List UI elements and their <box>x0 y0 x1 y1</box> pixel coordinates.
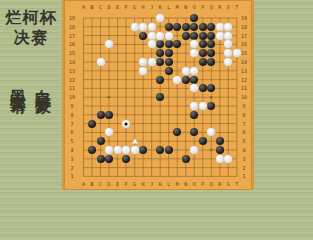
coord-label-row: 15 <box>241 51 247 56</box>
stone-white-R18[interactable] <box>216 23 224 31</box>
stone-black-Q15[interactable] <box>207 49 215 57</box>
coord-label-row: 1 <box>242 174 245 179</box>
coord-label-row: 5 <box>70 139 73 144</box>
coord-label-row: 4 <box>70 148 73 153</box>
stone-black-P11[interactable] <box>199 84 207 92</box>
stone-black-Q9[interactable] <box>207 102 215 110</box>
coord-label-row: 3 <box>242 156 245 161</box>
stone-black-O12[interactable] <box>190 76 198 84</box>
stone-white-S18[interactable] <box>224 23 232 31</box>
stone-white-F4[interactable] <box>122 146 130 154</box>
stone-white-K17[interactable] <box>156 32 164 40</box>
coord-label-col: J <box>150 182 153 187</box>
stone-black-Q16[interactable] <box>207 40 215 48</box>
coord-label-row: 11 <box>241 86 247 91</box>
coord-label-row: 8 <box>70 112 73 117</box>
coord-label-col: H <box>142 4 145 9</box>
coord-label-col: G <box>133 4 136 9</box>
stone-black-N12[interactable] <box>182 76 190 84</box>
stone-white-G18[interactable] <box>131 23 139 31</box>
stone-white-T15[interactable] <box>233 49 241 57</box>
coord-label-col: H <box>142 182 145 187</box>
coord-label-row: 6 <box>242 130 245 135</box>
stone-white-E4[interactable] <box>114 146 122 154</box>
coord-label-col: B <box>91 4 94 9</box>
coord-label-row: 4 <box>242 148 245 153</box>
coord-label-row: 12 <box>241 77 247 82</box>
coord-label-col: P <box>201 182 204 187</box>
stone-white-D16[interactable] <box>105 40 113 48</box>
coord-label-col: E <box>116 182 119 187</box>
stone-white-O11[interactable] <box>190 84 198 92</box>
coord-label-row: 10 <box>241 95 247 100</box>
coord-label-col: G <box>133 182 136 187</box>
stone-black-C5[interactable] <box>97 137 105 145</box>
stone-black-C3[interactable] <box>97 155 105 163</box>
coord-label-col: C <box>99 182 102 187</box>
stone-black-H17[interactable] <box>139 32 147 40</box>
stone-black-Q18[interactable] <box>207 23 215 31</box>
stone-black-L18[interactable] <box>165 23 173 31</box>
coord-label-row: 17 <box>241 33 247 38</box>
black-player-name: 黑申真谞 <box>6 76 30 88</box>
stone-black-F3[interactable] <box>122 155 130 163</box>
coord-label-col: M <box>176 182 179 187</box>
stone-black-K16[interactable] <box>156 40 164 48</box>
stone-black-P17[interactable] <box>199 32 207 40</box>
stone-white-O9[interactable] <box>190 102 198 110</box>
coord-label-row: 5 <box>242 139 245 144</box>
triangle-annotation <box>132 139 138 144</box>
coord-label-col: L <box>167 4 170 9</box>
stone-white-J14[interactable] <box>148 58 156 66</box>
coord-label-col: F <box>125 4 128 9</box>
stone-white-H14[interactable] <box>139 58 147 66</box>
stone-black-M6[interactable] <box>173 128 181 136</box>
stone-white-D6[interactable] <box>105 128 113 136</box>
stone-white-K19[interactable] <box>156 14 164 22</box>
stone-black-K15[interactable] <box>156 49 164 57</box>
stone-black-K10[interactable] <box>156 93 164 101</box>
stone-black-P5[interactable] <box>199 137 207 145</box>
stone-white-H18[interactable] <box>139 23 147 31</box>
stone-black-L16[interactable] <box>165 40 173 48</box>
stone-black-O17[interactable] <box>190 32 198 40</box>
stone-black-L14[interactable] <box>165 58 173 66</box>
coord-label-col: Q <box>210 182 213 187</box>
stone-black-K12[interactable] <box>156 76 164 84</box>
stone-black-K4[interactable] <box>156 146 164 154</box>
stone-black-P14[interactable] <box>199 58 207 66</box>
coord-label-row: 8 <box>242 112 245 117</box>
stone-white-S16[interactable] <box>224 40 232 48</box>
coord-label-col: R <box>218 4 221 9</box>
stone-white-G4[interactable] <box>131 146 139 154</box>
coord-label-row: 7 <box>242 121 245 126</box>
stone-black-Q14[interactable] <box>207 58 215 66</box>
event-info-panel: 烂柯杯 决赛 黑申真谞 白辜梓豪 <box>0 0 62 190</box>
event-title-line2: 决赛 <box>0 28 62 48</box>
stone-black-H4[interactable] <box>139 146 147 154</box>
stone-white-S17[interactable] <box>224 32 232 40</box>
last-move-marker <box>125 122 128 125</box>
white-player-name: 白辜梓豪 <box>31 76 55 88</box>
coord-label-col: K <box>159 4 162 9</box>
stone-black-O6[interactable] <box>190 128 198 136</box>
stone-white-D4[interactable] <box>105 146 113 154</box>
coord-label-col: J <box>150 4 153 9</box>
stone-black-O18[interactable] <box>190 23 198 31</box>
coord-label-col: O <box>193 4 196 9</box>
stone-white-H13[interactable] <box>139 67 147 75</box>
stone-black-P15[interactable] <box>199 49 207 57</box>
stone-white-F7[interactable] <box>122 120 130 128</box>
coord-label-row: 16 <box>69 42 75 47</box>
coord-label-col: B <box>91 182 94 187</box>
coord-label-row: 1 <box>70 174 73 179</box>
coord-label-row: 10 <box>69 95 75 100</box>
stone-white-R17[interactable] <box>216 32 224 40</box>
stone-black-R5[interactable] <box>216 137 224 145</box>
coord-label-row: 17 <box>69 33 75 38</box>
coord-label-col: C <box>99 4 102 9</box>
coord-label-row: 2 <box>242 165 245 170</box>
stone-white-O15[interactable] <box>190 49 198 57</box>
coord-label-row: 11 <box>69 86 75 91</box>
go-board[interactable]: AABBCCDDEEFFGGHHJJKKLLMMNNOOPPQQRRSSTT19… <box>62 0 254 190</box>
stone-black-B4[interactable] <box>88 146 96 154</box>
coord-label-col: T <box>235 182 238 187</box>
stone-white-O16[interactable] <box>190 40 198 48</box>
coord-label-row: 12 <box>69 77 75 82</box>
stone-black-L4[interactable] <box>165 146 173 154</box>
coord-label-col: M <box>176 4 179 9</box>
coord-label-row: 14 <box>69 60 75 65</box>
coord-label-row: 13 <box>241 68 247 73</box>
coord-label-col: S <box>227 182 230 187</box>
event-title-line1: 烂柯杯 <box>0 8 62 28</box>
stone-black-N17[interactable] <box>182 32 190 40</box>
coord-label-col: A <box>82 182 85 187</box>
coord-label-row: 3 <box>70 156 73 161</box>
coord-label-col: S <box>227 4 230 9</box>
coord-label-row: 7 <box>70 121 73 126</box>
stone-black-O8[interactable] <box>190 111 198 119</box>
stone-black-K14[interactable] <box>156 58 164 66</box>
stone-white-P9[interactable] <box>199 102 207 110</box>
stone-black-P16[interactable] <box>199 40 207 48</box>
stone-black-M16[interactable] <box>173 40 181 48</box>
stone-white-J16[interactable] <box>148 40 156 48</box>
coord-label-col: P <box>201 4 204 9</box>
stone-black-C8[interactable] <box>97 111 105 119</box>
stone-white-S3[interactable] <box>224 155 232 163</box>
coord-label-col: K <box>159 182 162 187</box>
stone-black-B7[interactable] <box>88 120 96 128</box>
coord-label-row: 18 <box>241 24 247 29</box>
coord-label-row: 14 <box>241 60 247 65</box>
coord-label-row: 2 <box>70 165 73 170</box>
stone-black-M18[interactable] <box>173 23 181 31</box>
coord-label-col: E <box>116 4 119 9</box>
stone-black-N18[interactable] <box>182 23 190 31</box>
coord-label-row: 6 <box>70 130 73 135</box>
stone-black-R4[interactable] <box>216 146 224 154</box>
coord-label-col: D <box>108 182 111 187</box>
stone-white-N13[interactable] <box>182 67 190 75</box>
coord-label-row: 19 <box>241 16 247 21</box>
stone-black-P18[interactable] <box>199 23 207 31</box>
stone-white-M12[interactable] <box>173 76 181 84</box>
stone-white-S14[interactable] <box>224 58 232 66</box>
coord-label-col: L <box>167 182 170 187</box>
coord-label-col: R <box>218 182 221 187</box>
coord-label-col: F <box>125 182 128 187</box>
stone-black-Q11[interactable] <box>207 84 215 92</box>
coord-label-col: O <box>193 182 196 187</box>
go-broadcast-screen: { "game": "go", "event": { "title_line1"… <box>0 0 313 190</box>
stone-black-N3[interactable] <box>182 155 190 163</box>
coord-label-col: D <box>108 4 111 9</box>
coord-label-row: 16 <box>241 42 247 47</box>
coord-label-row: 9 <box>242 104 245 109</box>
coord-label-col: N <box>184 182 187 187</box>
stone-black-D8[interactable] <box>105 111 113 119</box>
stone-black-O19[interactable] <box>190 14 198 22</box>
coord-label-row: 19 <box>69 16 75 21</box>
stone-white-Q6[interactable] <box>207 128 215 136</box>
coord-label-row: 18 <box>69 24 75 29</box>
stone-black-L15[interactable] <box>165 49 173 57</box>
coord-label-row: 13 <box>69 68 75 73</box>
stone-black-Q17[interactable] <box>207 32 215 40</box>
coord-label-col: Q <box>210 4 213 9</box>
stone-white-O13[interactable] <box>190 67 198 75</box>
stone-white-C14[interactable] <box>97 58 105 66</box>
coord-label-row: 9 <box>70 104 73 109</box>
coord-label-row: 15 <box>69 51 75 56</box>
stone-white-J18[interactable] <box>148 23 156 31</box>
coord-label-col: A <box>82 4 85 9</box>
stone-white-S15[interactable] <box>224 49 232 57</box>
coord-label-col: T <box>235 4 238 9</box>
stone-white-O4[interactable] <box>190 146 198 154</box>
coord-label-col: N <box>184 4 187 9</box>
stone-black-L13[interactable] <box>165 67 173 75</box>
stone-white-R3[interactable] <box>216 155 224 163</box>
stone-white-J17[interactable] <box>148 32 156 40</box>
stone-white-L17[interactable] <box>165 32 173 40</box>
stone-black-D3[interactable] <box>105 155 113 163</box>
